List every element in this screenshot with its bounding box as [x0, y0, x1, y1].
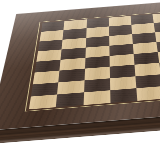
board-scene	[0, 0, 160, 130]
board-square	[56, 92, 84, 107]
board-square	[83, 90, 110, 105]
board-square	[29, 94, 57, 109]
board-square	[154, 21, 160, 32]
board-square	[153, 12, 160, 23]
chess-board	[0, 0, 160, 130]
board-square	[157, 40, 160, 52]
board-square	[136, 86, 160, 101]
photo-background	[0, 0, 160, 160]
board-square	[158, 50, 160, 63]
board-frame	[0, 0, 160, 130]
board-square	[110, 88, 137, 103]
playing-area	[26, 8, 160, 111]
board-square	[155, 30, 160, 42]
